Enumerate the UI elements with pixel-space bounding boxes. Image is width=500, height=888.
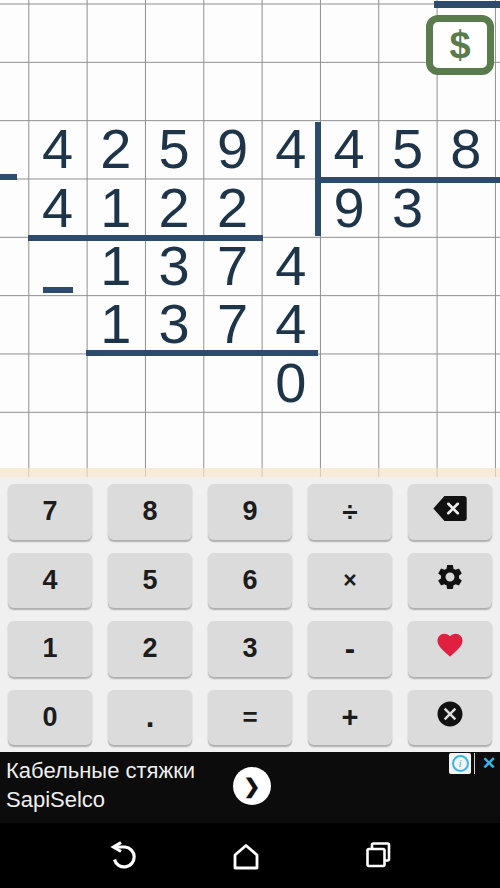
worksheet-digit: 2 xyxy=(87,120,145,178)
key-divide[interactable]: ÷ xyxy=(308,484,392,540)
key-close[interactable] xyxy=(408,690,492,746)
minus-sign-2 xyxy=(43,287,73,293)
scrolled-line-fragment xyxy=(434,1,500,8)
calculator-keypad: 7 8 9 ÷ 4 5 6 × 1 2 3 - 0 . = xyxy=(0,477,500,752)
home-icon xyxy=(230,859,262,874)
ad-separator xyxy=(474,753,475,774)
key-settings[interactable] xyxy=(408,553,492,609)
divisor-underline xyxy=(317,177,500,184)
worksheet-digit: 4 xyxy=(262,237,320,295)
worksheet-digit: 3 xyxy=(145,295,203,353)
ad-title-line2: SapiSelco xyxy=(6,785,195,814)
worksheet-digit: 1 xyxy=(87,237,145,295)
key-subtract[interactable]: - xyxy=(308,621,392,677)
ad-title: Кабельные стяжки SapiSelco xyxy=(6,756,195,814)
worksheet-digit: 4 xyxy=(320,120,378,178)
key-0[interactable]: 0 xyxy=(8,690,92,746)
ad-info-button[interactable]: i xyxy=(449,753,471,774)
key-add[interactable]: + xyxy=(308,690,392,746)
ad-title-line1: Кабельные стяжки xyxy=(6,756,195,785)
recents-icon xyxy=(363,859,395,874)
close-icon xyxy=(435,699,465,736)
worksheet-digit: 4 xyxy=(28,179,86,237)
settings-gear-icon xyxy=(435,562,465,599)
key-5[interactable]: 5 xyxy=(108,553,192,609)
key-9[interactable]: 9 xyxy=(208,484,292,540)
worksheet-digit: 1 xyxy=(87,179,145,237)
worksheet-paper: 42594458412293137413740 $ xyxy=(0,0,500,468)
worksheet-digit: 5 xyxy=(378,120,436,178)
worksheet-digit: 5 xyxy=(145,120,203,178)
key-2[interactable]: 2 xyxy=(108,621,192,677)
key-backspace[interactable] xyxy=(408,484,492,540)
worksheet-digit: 3 xyxy=(145,237,203,295)
favorite-heart-icon xyxy=(434,630,466,667)
backspace-icon xyxy=(433,496,467,528)
worksheet-digit: 2 xyxy=(203,179,261,237)
key-equals[interactable]: = xyxy=(208,690,292,746)
worksheet-digit: 9 xyxy=(203,120,261,178)
key-decimal[interactable]: . xyxy=(108,690,192,746)
subtraction-line-1 xyxy=(28,235,263,242)
back-button[interactable] xyxy=(104,841,140,874)
worksheet-digit: 3 xyxy=(378,179,436,237)
paper-edge-strip xyxy=(0,468,500,477)
key-6[interactable]: 6 xyxy=(208,553,292,609)
worksheet-digit: 0 xyxy=(262,354,320,412)
adchoices-info-icon: i xyxy=(452,755,469,772)
ad-arrow-button[interactable]: ❯ xyxy=(233,767,271,805)
home-button[interactable] xyxy=(230,841,262,874)
key-multiply[interactable]: × xyxy=(308,553,392,609)
chevron-right-icon: ❯ xyxy=(244,774,261,798)
back-icon xyxy=(104,859,140,874)
recents-button[interactable] xyxy=(363,841,395,874)
ad-close-icon: ✕ xyxy=(482,753,496,774)
premium-money-button[interactable]: $ xyxy=(426,15,494,75)
worksheet-digit: 7 xyxy=(203,295,261,353)
worksheet-digit: 9 xyxy=(320,179,378,237)
minus-sign-1 xyxy=(0,174,17,180)
worksheet-digit: 1 xyxy=(87,295,145,353)
android-nav-bar xyxy=(0,823,500,888)
key-8[interactable]: 8 xyxy=(108,484,192,540)
worksheet-digit: 4 xyxy=(28,120,86,178)
worksheet-digit: 4 xyxy=(262,295,320,353)
key-3[interactable]: 3 xyxy=(208,621,292,677)
dollar-icon: $ xyxy=(449,26,470,64)
app-screen: 42594458412293137413740 $ 7 8 9 ÷ 4 5 6 … xyxy=(0,0,500,888)
worksheet-digit: 8 xyxy=(437,120,495,178)
subtraction-line-2 xyxy=(86,350,318,357)
key-7[interactable]: 7 xyxy=(8,484,92,540)
key-4[interactable]: 4 xyxy=(8,553,92,609)
worksheet-digit: 2 xyxy=(145,179,203,237)
worksheet-digit: 7 xyxy=(203,237,261,295)
ad-close-button[interactable]: ✕ xyxy=(478,752,500,774)
worksheet-digit: 4 xyxy=(262,120,320,178)
key-favorite[interactable] xyxy=(408,621,492,677)
key-1[interactable]: 1 xyxy=(8,621,92,677)
